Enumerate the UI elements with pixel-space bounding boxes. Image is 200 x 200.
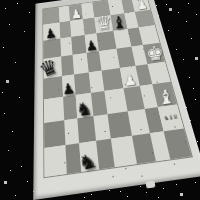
white-pawn[interactable]: ♟ <box>123 73 138 89</box>
square-r6c0[interactable] <box>44 120 65 148</box>
board-noise <box>35 4 36 5</box>
square-r0c7[interactable]: ♟ <box>131 0 150 12</box>
square-r1c4[interactable]: ♛ <box>94 15 113 33</box>
square-r3c7[interactable]: ♚ <box>143 43 165 64</box>
white-pawn[interactable]: ♟ <box>136 0 149 12</box>
square-r3c0[interactable]: ♛ <box>44 56 62 78</box>
square-r4c0[interactable] <box>44 76 63 100</box>
black-pawn[interactable]: ♟ <box>44 27 57 41</box>
board-grid: ♟♟♟♛♝♟♛♚♟♟♞♝♞♝♛♞ <box>42 0 193 178</box>
square-r4c1[interactable]: ♟ <box>62 74 76 97</box>
square-r7c0[interactable] <box>44 146 66 177</box>
background-noise <box>0 0 1 1</box>
square-r1c5[interactable]: ♝ <box>110 13 127 31</box>
square-r5c0[interactable] <box>44 97 64 123</box>
square-r3c5[interactable] <box>116 47 135 68</box>
square-r6c1[interactable] <box>64 118 79 145</box>
border-highlight-blob <box>146 180 156 188</box>
black-knight[interactable]: ♞ <box>76 150 99 174</box>
square-r4c6[interactable] <box>135 64 152 86</box>
chess-board: ♟♟♟♛♝♟♛♚♟♟♞♝♞♝♛♞ ·········· <box>33 0 200 200</box>
black-pawn[interactable]: ♟ <box>61 82 76 98</box>
square-r5c7[interactable]: ♝ <box>152 82 176 107</box>
black-pawn[interactable]: ♟ <box>85 39 99 54</box>
black-knight[interactable]: ♞ <box>75 99 94 119</box>
white-queen[interactable]: ♛ <box>94 13 113 34</box>
photo-stage: ♟♟♟♛♝♟♛♚♟♟♞♝♞♝♛♞ ·········· <box>0 0 200 200</box>
white-pawn[interactable]: ♟ <box>70 7 83 21</box>
board-maker-emblem: ♞♝♛ <box>160 113 181 122</box>
square-r5c6[interactable] <box>140 84 158 108</box>
black-queen[interactable]: ♛ <box>37 55 62 81</box>
square-r4c7[interactable] <box>147 61 170 84</box>
black-bishop[interactable]: ♝ <box>111 14 128 32</box>
white-king[interactable]: ♚ <box>145 43 165 65</box>
white-bishop[interactable]: ♝ <box>156 86 176 108</box>
